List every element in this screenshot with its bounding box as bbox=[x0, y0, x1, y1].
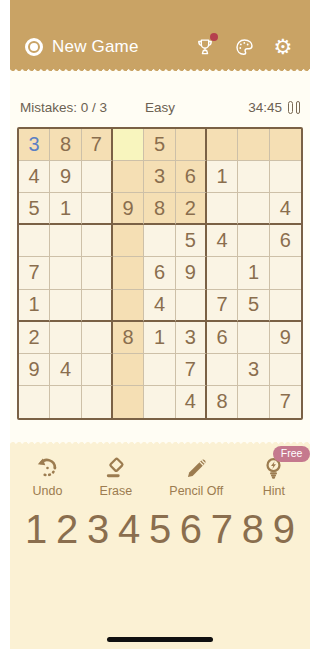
cell-r5c1[interactable]: 7 bbox=[19, 257, 50, 289]
cell-r2c3[interactable] bbox=[82, 161, 113, 193]
cell-r9c7[interactable]: 8 bbox=[207, 386, 238, 418]
cell-r7c8[interactable] bbox=[238, 322, 269, 354]
cell-r2c5[interactable]: 3 bbox=[144, 161, 175, 193]
cell-r4c4[interactable] bbox=[113, 225, 144, 257]
cell-r7c7[interactable]: 6 bbox=[207, 322, 238, 354]
cell-r5c2[interactable] bbox=[50, 257, 81, 289]
cell-r4c9[interactable]: 6 bbox=[270, 225, 301, 257]
cell-r1c6[interactable] bbox=[176, 129, 207, 161]
hint-button[interactable]: Free Hint bbox=[260, 455, 287, 498]
cell-r1c1[interactable]: 3 bbox=[19, 129, 50, 161]
cell-r7c4[interactable]: 8 bbox=[113, 322, 144, 354]
timer: 34:45 bbox=[248, 100, 282, 115]
trophy-icon[interactable] bbox=[193, 35, 217, 59]
cell-r6c7[interactable]: 7 bbox=[207, 290, 238, 322]
cell-r6c8[interactable]: 5 bbox=[238, 290, 269, 322]
cell-r9c5[interactable] bbox=[144, 386, 175, 418]
cell-r8c9[interactable] bbox=[270, 354, 301, 386]
cell-r8c2[interactable]: 4 bbox=[50, 354, 81, 386]
cell-r7c6[interactable]: 3 bbox=[176, 322, 207, 354]
cell-r2c9[interactable] bbox=[270, 161, 301, 193]
cell-r8c4[interactable] bbox=[113, 354, 144, 386]
cell-r8c8[interactable]: 3 bbox=[238, 354, 269, 386]
hint-label: Hint bbox=[263, 484, 285, 498]
status-bar: Mistakes: 0 / 3 Easy 34:45 bbox=[20, 100, 300, 115]
new-game-button[interactable]: New Game bbox=[25, 37, 193, 57]
cell-r6c9[interactable] bbox=[270, 290, 301, 322]
cell-r6c3[interactable] bbox=[82, 290, 113, 322]
cell-r1c2[interactable]: 8 bbox=[50, 129, 81, 161]
cell-r7c1[interactable]: 2 bbox=[19, 322, 50, 354]
cell-r8c3[interactable] bbox=[82, 354, 113, 386]
cell-r9c9[interactable]: 7 bbox=[270, 386, 301, 418]
cell-r9c3[interactable] bbox=[82, 386, 113, 418]
header-scalloped-edge bbox=[10, 68, 310, 72]
sudoku-app: New Game bbox=[10, 0, 310, 649]
cell-r8c7[interactable] bbox=[207, 354, 238, 386]
cell-r6c1[interactable]: 1 bbox=[19, 290, 50, 322]
cell-r3c6[interactable]: 2 bbox=[176, 193, 207, 225]
cell-r2c1[interactable]: 4 bbox=[19, 161, 50, 193]
cell-r9c8[interactable] bbox=[238, 386, 269, 418]
numpad-6[interactable]: 6 bbox=[180, 509, 202, 549]
cell-r3c3[interactable] bbox=[82, 193, 113, 225]
cell-r4c7[interactable]: 4 bbox=[207, 225, 238, 257]
cell-r2c7[interactable]: 1 bbox=[207, 161, 238, 193]
erase-label: Erase bbox=[100, 484, 133, 498]
cell-r8c6[interactable]: 7 bbox=[176, 354, 207, 386]
numpad-3[interactable]: 3 bbox=[87, 509, 109, 549]
toolbar: Undo Erase bbox=[10, 455, 310, 498]
cell-r3c9[interactable]: 4 bbox=[270, 193, 301, 225]
difficulty-label: Easy bbox=[119, 100, 201, 115]
cell-r8c5[interactable] bbox=[144, 354, 175, 386]
mistakes-counter: Mistakes: 0 / 3 bbox=[20, 100, 119, 115]
cell-r1c5[interactable]: 5 bbox=[144, 129, 175, 161]
undo-label: Undo bbox=[33, 484, 63, 498]
cell-r4c5[interactable] bbox=[144, 225, 175, 257]
notification-badge-dot bbox=[210, 33, 218, 41]
cell-r4c8[interactable] bbox=[238, 225, 269, 257]
cell-r9c1[interactable] bbox=[19, 386, 50, 418]
cell-r6c2[interactable] bbox=[50, 290, 81, 322]
cell-r2c4[interactable] bbox=[113, 161, 144, 193]
undo-icon bbox=[34, 455, 61, 482]
cell-r5c3[interactable] bbox=[82, 257, 113, 289]
panel-scalloped-edge bbox=[10, 440, 310, 445]
cell-r2c6[interactable]: 6 bbox=[176, 161, 207, 193]
cell-r4c1[interactable] bbox=[19, 225, 50, 257]
cell-r4c2[interactable] bbox=[50, 225, 81, 257]
cell-r7c5[interactable]: 1 bbox=[144, 322, 175, 354]
numpad-1[interactable]: 1 bbox=[25, 509, 47, 549]
cell-r5c9[interactable] bbox=[270, 257, 301, 289]
cell-r5c7[interactable] bbox=[207, 257, 238, 289]
cell-r7c3[interactable] bbox=[82, 322, 113, 354]
cell-r4c3[interactable] bbox=[82, 225, 113, 257]
numpad-4[interactable]: 4 bbox=[118, 509, 140, 549]
cell-r9c4[interactable] bbox=[113, 386, 144, 418]
undo-button[interactable]: Undo bbox=[33, 455, 63, 498]
page-title: New Game bbox=[52, 37, 139, 57]
cell-r2c8[interactable] bbox=[238, 161, 269, 193]
number-pad: 123456789 bbox=[10, 509, 310, 549]
cell-r6c6[interactable] bbox=[176, 290, 207, 322]
cell-r1c9[interactable] bbox=[270, 129, 301, 161]
cell-r4c6[interactable]: 5 bbox=[176, 225, 207, 257]
bottom-panel: Undo Erase bbox=[10, 445, 310, 649]
sudoku-grid: 387549361519824546769114752813699473487 bbox=[17, 127, 303, 420]
cell-r1c8[interactable] bbox=[238, 129, 269, 161]
cell-r1c7[interactable] bbox=[207, 129, 238, 161]
cell-r6c5[interactable]: 4 bbox=[144, 290, 175, 322]
cell-r2c2[interactable]: 9 bbox=[50, 161, 81, 193]
numpad-5[interactable]: 5 bbox=[149, 509, 171, 549]
cell-r8c1[interactable]: 9 bbox=[19, 354, 50, 386]
cell-r7c2[interactable] bbox=[50, 322, 81, 354]
erase-button[interactable]: Erase bbox=[100, 455, 133, 498]
cell-r9c6[interactable]: 4 bbox=[176, 386, 207, 418]
cell-r3c4[interactable]: 9 bbox=[113, 193, 144, 225]
home-indicator[interactable] bbox=[107, 637, 213, 642]
pencil-label: Pencil Off bbox=[169, 484, 223, 498]
pencil-icon bbox=[183, 455, 210, 482]
header: New Game bbox=[10, 0, 310, 68]
cell-r3c1[interactable]: 5 bbox=[19, 193, 50, 225]
cell-r3c2[interactable]: 1 bbox=[50, 193, 81, 225]
numpad-8[interactable]: 8 bbox=[242, 509, 264, 549]
palette-icon[interactable] bbox=[232, 35, 256, 59]
cell-r5c4[interactable] bbox=[113, 257, 144, 289]
erase-icon bbox=[102, 455, 129, 482]
cell-r5c8[interactable]: 1 bbox=[238, 257, 269, 289]
record-icon bbox=[25, 38, 43, 56]
numpad-7[interactable]: 7 bbox=[211, 509, 233, 549]
cell-r3c8[interactable] bbox=[238, 193, 269, 225]
numpad-2[interactable]: 2 bbox=[56, 509, 78, 549]
cell-r3c7[interactable] bbox=[207, 193, 238, 225]
pause-icon[interactable] bbox=[288, 101, 300, 114]
cell-r9c2[interactable] bbox=[50, 386, 81, 418]
cell-r1c3[interactable]: 7 bbox=[82, 129, 113, 161]
cell-r5c6[interactable]: 9 bbox=[176, 257, 207, 289]
cell-r6c4[interactable] bbox=[113, 290, 144, 322]
cell-r7c9[interactable]: 9 bbox=[270, 322, 301, 354]
pencil-toggle-button[interactable]: Pencil Off bbox=[169, 455, 223, 498]
hint-free-badge: Free bbox=[273, 446, 310, 462]
cell-r5c5[interactable]: 6 bbox=[144, 257, 175, 289]
settings-gear-icon[interactable]: ⚙ bbox=[271, 35, 295, 59]
numpad-9[interactable]: 9 bbox=[273, 509, 295, 549]
cell-r3c5[interactable]: 8 bbox=[144, 193, 175, 225]
cell-r1c4[interactable] bbox=[113, 129, 144, 161]
